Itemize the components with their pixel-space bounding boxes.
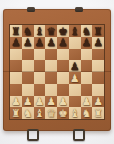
white-pawn: ♟ — [23, 96, 32, 107]
square-d7: ♟ — [45, 37, 57, 49]
black-pawn: ♟ — [11, 37, 20, 48]
square-a7: ♟ — [10, 37, 22, 49]
black-knight: ♞ — [23, 25, 32, 36]
square-h6 — [92, 49, 104, 61]
square-f7 — [69, 37, 81, 49]
square-e6 — [57, 49, 69, 61]
square-a1: ♜ — [10, 107, 22, 119]
white-pawn: ♟ — [11, 96, 20, 107]
square-h4 — [92, 72, 104, 84]
black-bishop: ♝ — [70, 25, 79, 36]
black-queen: ♛ — [46, 25, 55, 36]
square-d1: ♛ — [45, 107, 57, 119]
square-f4: ♟ — [69, 72, 81, 84]
black-pawn: ♟ — [58, 37, 67, 48]
white-pawn: ♟ — [93, 96, 102, 107]
clasp-icon — [73, 129, 85, 141]
square-h1: ♜ — [92, 107, 104, 119]
black-knight: ♞ — [82, 25, 91, 36]
square-e4 — [57, 72, 69, 84]
black-pawn: ♟ — [46, 37, 55, 48]
square-c4 — [34, 72, 46, 84]
black-rook: ♜ — [11, 25, 20, 36]
white-bishop: ♝ — [70, 107, 79, 118]
square-b4 — [22, 72, 34, 84]
black-pawn: ♟ — [23, 37, 32, 48]
black-pawn: ♟ — [82, 37, 91, 48]
black-bishop: ♝ — [35, 25, 44, 36]
white-pawn: ♟ — [58, 96, 67, 107]
hinge-icon — [27, 7, 35, 12]
hinge-icon — [75, 7, 83, 12]
chess-board: ♜♞♝♛♚♝♞♜♟♟♟♟♟♟♟♟♟♟♟♟♟♟♟♟♜♞♝♛♚♝♞♜ — [10, 25, 104, 119]
square-f1: ♝ — [69, 107, 81, 119]
black-pawn: ♟ — [93, 37, 102, 48]
square-h7: ♟ — [92, 37, 104, 49]
square-g6 — [81, 49, 93, 61]
white-knight: ♞ — [82, 107, 91, 118]
square-g7: ♟ — [81, 37, 93, 49]
square-b7: ♟ — [22, 37, 34, 49]
white-knight: ♞ — [23, 107, 32, 118]
white-pawn: ♟ — [70, 72, 79, 83]
white-rook: ♜ — [11, 107, 20, 118]
white-pawn: ♟ — [82, 96, 91, 107]
black-pawn: ♟ — [35, 37, 44, 48]
square-f3 — [69, 84, 81, 96]
clasp-icon — [27, 129, 39, 141]
black-pawn: ♟ — [70, 60, 79, 71]
square-c1: ♝ — [34, 107, 46, 119]
square-a4 — [10, 72, 22, 84]
white-queen: ♛ — [46, 107, 55, 118]
square-g4 — [81, 72, 93, 84]
chess-set-photo: ♜♞♝♛♚♝♞♜♟♟♟♟♟♟♟♟♟♟♟♟♟♟♟♟♜♞♝♛♚♝♞♜ — [0, 0, 114, 144]
fold-seam — [3, 71, 111, 72]
square-f8: ♝ — [69, 25, 81, 37]
square-c7: ♟ — [34, 37, 46, 49]
white-pawn: ♟ — [46, 96, 55, 107]
square-a6 — [10, 49, 22, 61]
square-c6 — [34, 49, 46, 61]
wooden-chess-box: ♜♞♝♛♚♝♞♜♟♟♟♟♟♟♟♟♟♟♟♟♟♟♟♟♜♞♝♛♚♝♞♜ — [3, 9, 111, 131]
black-king: ♚ — [58, 25, 67, 36]
square-e1: ♚ — [57, 107, 69, 119]
white-bishop: ♝ — [35, 107, 44, 118]
square-e7: ♟ — [57, 37, 69, 49]
square-d6 — [45, 49, 57, 61]
square-b6 — [22, 49, 34, 61]
square-g1: ♞ — [81, 107, 93, 119]
square-b1: ♞ — [22, 107, 34, 119]
white-rook: ♜ — [93, 107, 102, 118]
white-pawn: ♟ — [35, 96, 44, 107]
black-rook: ♜ — [93, 25, 102, 36]
white-king: ♚ — [58, 107, 67, 118]
square-d4 — [45, 72, 57, 84]
